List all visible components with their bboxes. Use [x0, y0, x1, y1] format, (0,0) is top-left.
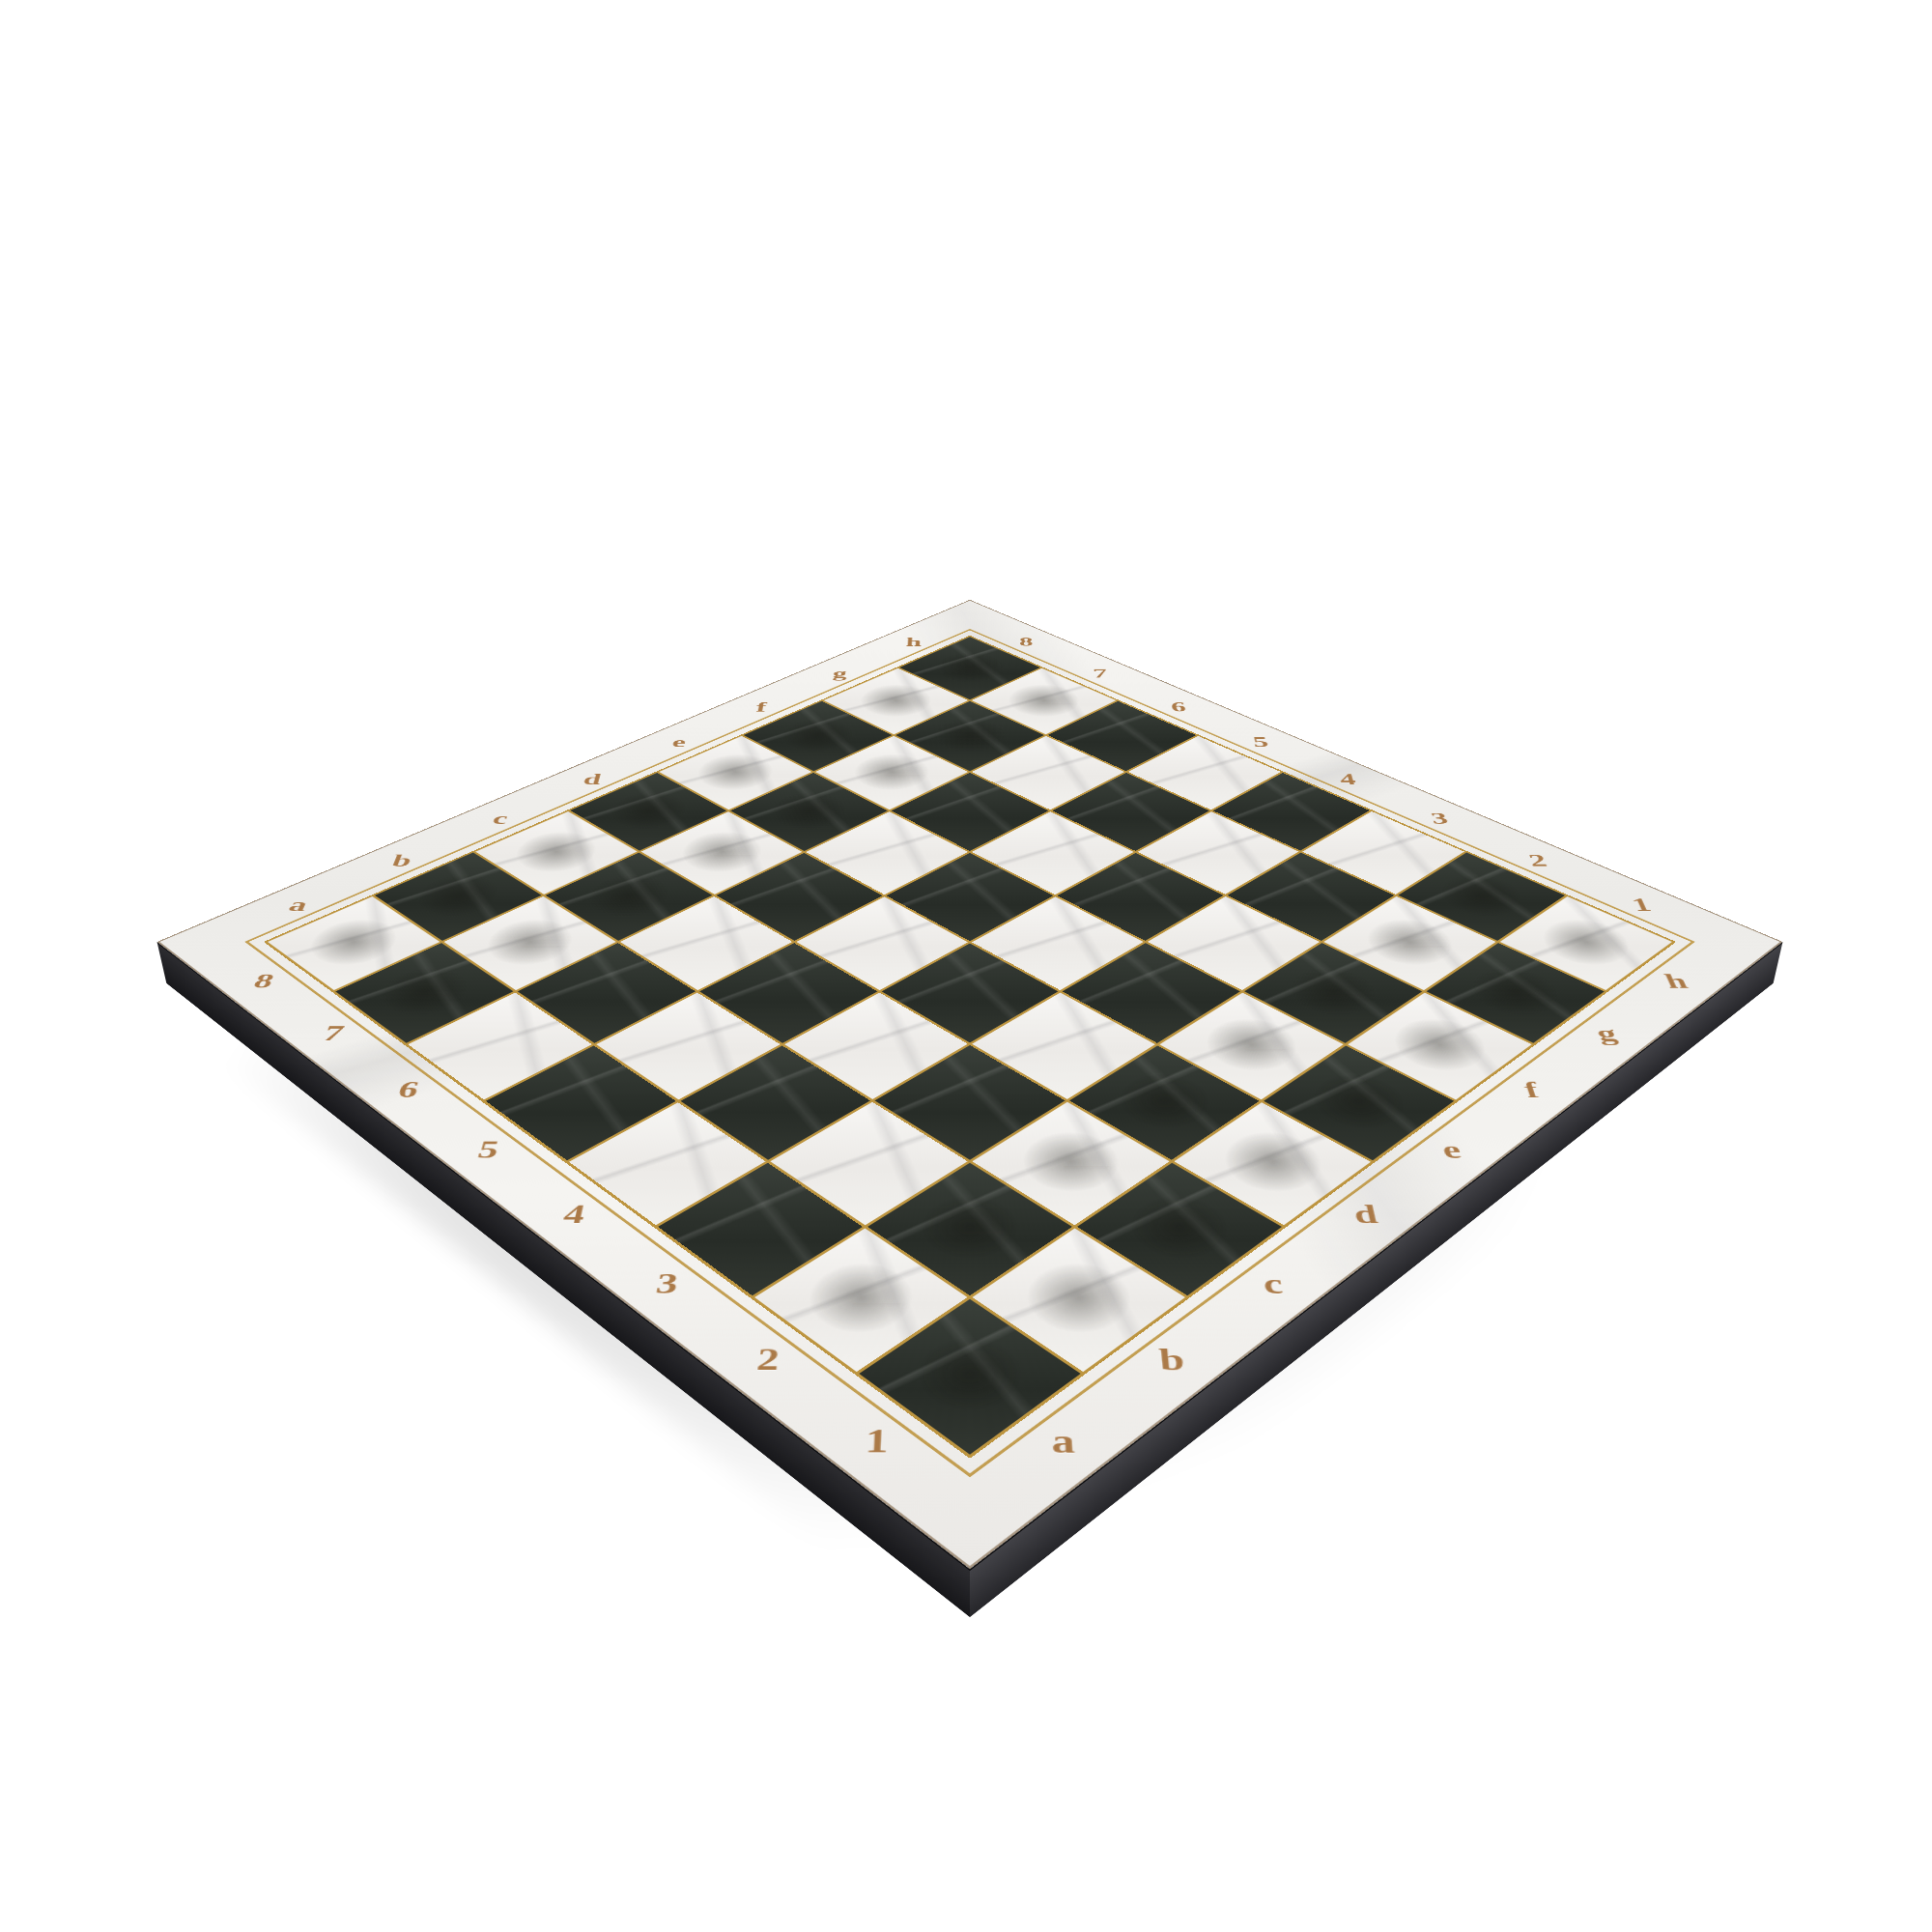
pawn-glyph: ♟: [352, 819, 481, 1009]
rook-glyph: ♜: [846, 1060, 1075, 1398]
board-top-surface: 87654321 87654321 hgfedcba hgfedcba ♜♟♟♜…: [157, 600, 1783, 1569]
rank-label: 1: [790, 1406, 960, 1476]
square-e5: [887, 853, 1054, 941]
product-photo-scene: 87654321 87654321 hgfedcba hgfedcba ♜♟♟♜…: [0, 0, 1932, 1932]
chess-board: 87654321 87654321 hgfedcba hgfedcba ♜♟♟♜…: [157, 600, 1783, 1569]
playfield: ♜♟♟♜♞♟♟♞♝♟♟♝♚♟♟♚♛♟♟♛♝♟♟♝♞♟♟♞♜♟♟♜: [264, 636, 1676, 1459]
